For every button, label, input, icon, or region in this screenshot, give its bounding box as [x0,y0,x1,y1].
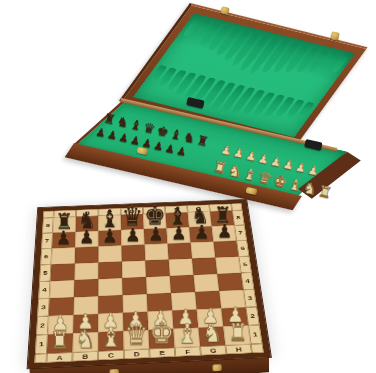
file-label: A [46,352,72,362]
square-a1[interactable]: ♜ [47,333,73,353]
square-b7[interactable]: ♟ [75,231,98,247]
square-a6[interactable] [51,247,75,264]
square-g2[interactable]: ♟ [197,308,224,327]
black-pawn-b7[interactable]: ♟ [75,228,98,247]
file-label: C [98,350,124,360]
rank-label: 5 [39,264,51,281]
file-label: H [225,344,252,354]
square-a4[interactable] [50,280,75,298]
white-rook-a1[interactable]: ♜ [47,329,73,353]
rank-label: 6 [236,240,249,256]
square-d5[interactable] [122,261,146,279]
square-h1[interactable]: ♜ [223,325,250,345]
piece-felt-base [78,341,94,348]
piece-felt-base [171,234,186,240]
square-b4[interactable] [74,279,98,297]
file-label: F [175,346,201,356]
piece-felt-base [229,334,245,341]
square-g3[interactable] [195,291,221,310]
square-g6[interactable] [191,242,216,259]
piece-felt-base [57,239,71,245]
chess-box: ♜♞♝♛♚♝♞♜ ♟♟♟♟♟♟♟♟ ♟♟♟♟♟♟♟♟ ♜♞♝♛♚♝♞♜ [0,0,376,230]
product-photo-scene: ♜♞♝♛♚♝♞♜ ♟♟♟♟♟♟♟♟ ♟♟♟♟♟♟♟♟ ♜♞♝♛♚♝♞♜ ABCD… [0,0,376,373]
square-f5[interactable] [169,259,194,276]
square-a3[interactable] [49,297,74,316]
square-b6[interactable] [75,246,99,263]
black-pawn-a7[interactable]: ♟ [52,229,75,248]
white-bishop-c1[interactable]: ♝ [98,324,124,351]
square-d6[interactable] [121,245,145,262]
white-pawn-a2[interactable]: ♟ [48,313,73,334]
square-e7[interactable]: ♟ [144,228,168,244]
square-e1[interactable]: ♚ [148,329,174,349]
piece-felt-base [80,238,94,244]
square-b5[interactable] [74,262,98,280]
rank-label: 5 [239,256,252,273]
white-pawn-g2[interactable]: ♟ [198,306,223,326]
board-front-edge [29,357,269,373]
rank-label: 1 [248,325,262,344]
piece-felt-base [128,338,144,345]
rank-label: 3 [37,298,49,316]
white-pawn-c2[interactable]: ♟ [98,311,123,332]
piece-felt-base [227,315,243,322]
square-d7[interactable]: ♟ [121,229,144,245]
rank-label: 4 [38,281,50,299]
rank-label: 4 [241,272,254,289]
board-frame-corner [251,344,264,353]
rank-label: 6 [40,248,52,265]
piece-felt-base [148,235,162,241]
rank-label: 3 [243,289,257,307]
piece-felt-base [103,237,117,243]
square-h3[interactable] [219,290,245,309]
square-c6[interactable] [98,246,121,263]
piece-felt-base [103,321,119,328]
piece-felt-base [204,335,220,342]
square-a2[interactable]: ♟ [48,315,74,335]
square-h2[interactable]: ♟ [221,307,248,326]
white-knight-b1[interactable]: ♞ [72,327,98,352]
square-b1[interactable]: ♞ [73,332,99,352]
piece-felt-base [154,337,170,344]
square-e6[interactable] [145,244,169,261]
square-h4[interactable] [217,273,243,291]
file-label: E [149,348,175,358]
piece-felt-base [217,232,232,238]
square-c7[interactable]: ♟ [98,230,121,246]
square-c3[interactable] [98,295,123,314]
square-b2[interactable]: ♟ [73,314,98,333]
brass-clasp-icon [212,364,221,371]
rank-label: 1 [35,334,48,354]
piece-felt-base [177,317,193,324]
square-a7[interactable]: ♟ [52,232,76,249]
square-c4[interactable] [98,278,122,296]
square-e2[interactable]: ♟ [148,311,174,330]
board-frame-corner [34,354,46,364]
piece-felt-base [78,322,94,329]
square-g5[interactable] [192,258,217,275]
square-e5[interactable] [145,260,170,277]
square-f2[interactable]: ♟ [172,309,198,328]
white-pawn-b2[interactable]: ♟ [73,312,98,333]
square-d2[interactable]: ♟ [123,312,148,331]
piece-felt-base [128,320,144,327]
white-bishop-f1[interactable]: ♝ [175,320,200,347]
square-c5[interactable] [98,261,122,279]
square-c1[interactable]: ♝ [98,331,124,351]
square-c2[interactable]: ♟ [98,313,123,332]
white-pawn-d2[interactable]: ♟ [123,310,148,331]
square-g1[interactable]: ♞ [198,327,225,347]
square-h6[interactable] [213,241,238,258]
square-f3[interactable] [171,292,197,311]
piece-felt-base [53,323,69,330]
white-knight-g1[interactable]: ♞ [200,321,225,346]
square-e3[interactable] [147,293,172,312]
piece-felt-base [52,342,68,349]
piece-felt-base [103,339,119,346]
square-d1[interactable]: ♛ [123,330,149,350]
square-f4[interactable] [170,275,195,293]
square-g4[interactable] [194,274,220,292]
file-label: G [200,345,226,355]
white-pawn-f2[interactable]: ♟ [173,308,198,328]
square-h5[interactable] [215,257,241,274]
brass-clasp-icon [109,369,119,373]
white-pawn-e2[interactable]: ♟ [148,309,173,329]
white-king-e1[interactable]: ♚ [149,318,174,348]
square-e4[interactable] [146,276,171,294]
white-rook-h1[interactable]: ♜ [225,321,250,345]
piece-felt-base [126,236,140,242]
white-queen-d1[interactable]: ♛ [124,321,150,350]
square-d3[interactable] [123,294,148,313]
piece-felt-base [153,319,169,326]
square-b3[interactable] [74,296,99,315]
white-pawn-h2[interactable]: ♟ [223,305,248,325]
square-f6[interactable] [168,243,192,260]
file-label: D [124,349,150,359]
piece-felt-base [194,233,209,239]
square-f1[interactable]: ♝ [173,328,200,348]
rank-label: 2 [36,316,49,335]
piece-felt-base [202,316,218,323]
square-a5[interactable] [50,263,74,281]
file-label: B [72,351,98,361]
square-d4[interactable] [122,277,147,295]
piece-felt-base [179,336,195,343]
rank-label: 2 [246,307,260,326]
rank-label: 7 [41,233,53,249]
